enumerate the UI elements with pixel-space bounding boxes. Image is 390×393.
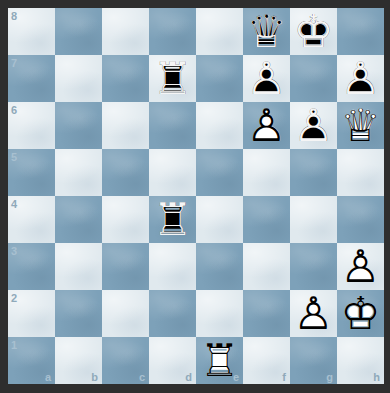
square-e3[interactable] bbox=[196, 243, 243, 290]
piece-black-rook-d4[interactable]: ♜♖ bbox=[149, 196, 196, 243]
square-b2[interactable] bbox=[55, 290, 102, 337]
square-e4[interactable] bbox=[196, 196, 243, 243]
square-d1[interactable]: d bbox=[149, 337, 196, 384]
rank-label-1: 1 bbox=[11, 339, 17, 351]
chess-board: 8♛♕♚♔7♜♖♟♙♟♙6♟♙♟♙♛♕54♜♖3♟♙2♟♙♚♔1abcde♜♖f… bbox=[8, 8, 384, 384]
white-pawn-outline-icon: ♙ bbox=[243, 102, 290, 149]
square-g1[interactable]: g bbox=[290, 337, 337, 384]
file-label-a: a bbox=[45, 371, 51, 383]
file-label-c: c bbox=[139, 371, 145, 383]
square-a3[interactable]: 3 bbox=[8, 243, 55, 290]
piece-white-king-h2[interactable]: ♚♔ bbox=[337, 290, 384, 337]
square-f1[interactable]: f bbox=[243, 337, 290, 384]
square-d5[interactable] bbox=[149, 149, 196, 196]
rank-label-8: 8 bbox=[11, 10, 17, 22]
rank-label-5: 5 bbox=[11, 151, 17, 163]
rank-label-3: 3 bbox=[11, 245, 17, 257]
square-g7[interactable] bbox=[290, 55, 337, 102]
square-b8[interactable] bbox=[55, 8, 102, 55]
white-rook-outline-icon: ♖ bbox=[196, 337, 243, 384]
piece-black-rook-d7[interactable]: ♜♖ bbox=[149, 55, 196, 102]
rank-label-7: 7 bbox=[11, 57, 17, 69]
piece-white-pawn-h3[interactable]: ♟♙ bbox=[337, 243, 384, 290]
piece-black-king-g8[interactable]: ♚♔ bbox=[290, 8, 337, 55]
square-d6[interactable] bbox=[149, 102, 196, 149]
square-a6[interactable]: 6 bbox=[8, 102, 55, 149]
square-b7[interactable] bbox=[55, 55, 102, 102]
square-g2[interactable]: ♟♙ bbox=[290, 290, 337, 337]
square-a1[interactable]: 1a bbox=[8, 337, 55, 384]
piece-black-pawn-f7[interactable]: ♟♙ bbox=[243, 55, 290, 102]
white-queen-outline-icon: ♕ bbox=[337, 102, 384, 149]
square-c7[interactable] bbox=[102, 55, 149, 102]
square-e5[interactable] bbox=[196, 149, 243, 196]
file-label-f: f bbox=[282, 371, 286, 383]
file-label-d: d bbox=[185, 371, 192, 383]
white-pawn-outline-icon: ♙ bbox=[290, 290, 337, 337]
square-e1[interactable]: e♜♖ bbox=[196, 337, 243, 384]
piece-black-pawn-h7[interactable]: ♟♙ bbox=[337, 55, 384, 102]
square-h3[interactable]: ♟♙ bbox=[337, 243, 384, 290]
square-d3[interactable] bbox=[149, 243, 196, 290]
square-b3[interactable] bbox=[55, 243, 102, 290]
black-king-outline-icon: ♔ bbox=[290, 8, 337, 55]
square-d2[interactable] bbox=[149, 290, 196, 337]
white-pawn-outline-icon: ♙ bbox=[337, 243, 384, 290]
rank-label-4: 4 bbox=[11, 198, 17, 210]
file-label-h: h bbox=[373, 371, 380, 383]
rank-label-2: 2 bbox=[11, 292, 17, 304]
square-a2[interactable]: 2 bbox=[8, 290, 55, 337]
square-h1[interactable]: h bbox=[337, 337, 384, 384]
piece-white-rook-e1[interactable]: ♜♖ bbox=[196, 337, 243, 384]
square-f6[interactable]: ♟♙ bbox=[243, 102, 290, 149]
square-d4[interactable]: ♜♖ bbox=[149, 196, 196, 243]
square-h7[interactable]: ♟♙ bbox=[337, 55, 384, 102]
piece-white-pawn-g2[interactable]: ♟♙ bbox=[290, 290, 337, 337]
file-label-g: g bbox=[326, 371, 333, 383]
square-g4[interactable] bbox=[290, 196, 337, 243]
black-rook-outline-icon: ♖ bbox=[149, 55, 196, 102]
square-g5[interactable] bbox=[290, 149, 337, 196]
black-pawn-outline-icon: ♙ bbox=[290, 102, 337, 149]
square-e2[interactable] bbox=[196, 290, 243, 337]
square-b5[interactable] bbox=[55, 149, 102, 196]
square-e6[interactable] bbox=[196, 102, 243, 149]
square-d7[interactable]: ♜♖ bbox=[149, 55, 196, 102]
square-f7[interactable]: ♟♙ bbox=[243, 55, 290, 102]
square-f4[interactable] bbox=[243, 196, 290, 243]
square-f3[interactable] bbox=[243, 243, 290, 290]
square-f2[interactable] bbox=[243, 290, 290, 337]
square-e7[interactable] bbox=[196, 55, 243, 102]
square-g6[interactable]: ♟♙ bbox=[290, 102, 337, 149]
square-a4[interactable]: 4 bbox=[8, 196, 55, 243]
square-h2[interactable]: ♚♔ bbox=[337, 290, 384, 337]
square-c4[interactable] bbox=[102, 196, 149, 243]
square-g3[interactable] bbox=[290, 243, 337, 290]
black-rook-outline-icon: ♖ bbox=[149, 196, 196, 243]
square-b1[interactable]: b bbox=[55, 337, 102, 384]
square-d8[interactable] bbox=[149, 8, 196, 55]
piece-black-pawn-g6[interactable]: ♟♙ bbox=[290, 102, 337, 149]
board-frame: 8♛♕♚♔7♜♖♟♙♟♙6♟♙♟♙♛♕54♜♖3♟♙2♟♙♚♔1abcde♜♖f… bbox=[0, 0, 390, 393]
square-h8[interactable] bbox=[337, 8, 384, 55]
square-h6[interactable]: ♛♕ bbox=[337, 102, 384, 149]
black-queen-outline-icon: ♕ bbox=[243, 8, 290, 55]
square-h4[interactable] bbox=[337, 196, 384, 243]
square-a5[interactable]: 5 bbox=[8, 149, 55, 196]
square-f8[interactable]: ♛♕ bbox=[243, 8, 290, 55]
square-c1[interactable]: c bbox=[102, 337, 149, 384]
black-pawn-outline-icon: ♙ bbox=[243, 55, 290, 102]
square-c3[interactable] bbox=[102, 243, 149, 290]
black-pawn-outline-icon: ♙ bbox=[337, 55, 384, 102]
piece-black-queen-f8[interactable]: ♛♕ bbox=[243, 8, 290, 55]
piece-white-pawn-f6[interactable]: ♟♙ bbox=[243, 102, 290, 149]
square-g8[interactable]: ♚♔ bbox=[290, 8, 337, 55]
square-c8[interactable] bbox=[102, 8, 149, 55]
square-h5[interactable] bbox=[337, 149, 384, 196]
square-e8[interactable] bbox=[196, 8, 243, 55]
square-b4[interactable] bbox=[55, 196, 102, 243]
piece-white-queen-h6[interactable]: ♛♕ bbox=[337, 102, 384, 149]
square-a8[interactable]: 8 bbox=[8, 8, 55, 55]
square-c5[interactable] bbox=[102, 149, 149, 196]
square-c6[interactable] bbox=[102, 102, 149, 149]
square-a7[interactable]: 7 bbox=[8, 55, 55, 102]
square-b6[interactable] bbox=[55, 102, 102, 149]
square-c2[interactable] bbox=[102, 290, 149, 337]
square-f5[interactable] bbox=[243, 149, 290, 196]
white-king-outline-icon: ♔ bbox=[337, 290, 384, 337]
file-label-b: b bbox=[91, 371, 98, 383]
rank-label-6: 6 bbox=[11, 104, 17, 116]
